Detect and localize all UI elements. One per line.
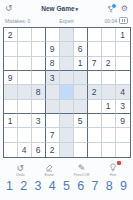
cell-r7c1[interactable]: 1 — [4, 114, 18, 128]
erase-button[interactable]: Erase — [44, 163, 53, 177]
cell-r9c3[interactable]: 6 — [32, 143, 46, 157]
cell-r6c7[interactable] — [88, 100, 102, 114]
cell-r2c6[interactable]: 6 — [74, 42, 88, 56]
numpad-9[interactable]: 9 — [120, 180, 127, 193]
cell-r2c3[interactable] — [32, 42, 46, 56]
cell-r9c9[interactable] — [116, 143, 130, 157]
numpad-4[interactable]: 4 — [49, 180, 56, 193]
cell-r2c1[interactable] — [4, 42, 18, 56]
lightbulb-icon — [109, 163, 117, 172]
new-game-label: New Game — [41, 5, 74, 12]
cell-r3c7[interactable]: 7 — [88, 57, 102, 71]
cell-r3c8[interactable]: 2 — [102, 57, 116, 71]
cell-r8c1[interactable] — [4, 128, 18, 142]
cell-r4c3[interactable] — [32, 71, 46, 85]
cell-r7c7[interactable] — [88, 114, 102, 128]
cell-r6c6[interactable] — [74, 100, 88, 114]
settings-gear-icon[interactable]: ⚙ — [121, 4, 128, 13]
cell-r8c4[interactable]: 7 — [46, 128, 60, 142]
cell-r8c2[interactable] — [18, 128, 32, 142]
cell-r4c9[interactable] — [116, 71, 130, 85]
notification-dot — [111, 3, 117, 9]
cell-r7c4[interactable] — [46, 114, 60, 128]
header: ↺ New Game▾ ⚙ — [0, 0, 133, 14]
cell-r9c7[interactable] — [88, 143, 102, 157]
numpad-8[interactable]: 8 — [106, 180, 113, 193]
eraser-icon — [45, 163, 53, 172]
cell-r8c5[interactable] — [60, 128, 74, 142]
cell-r8c9[interactable] — [116, 128, 130, 142]
cell-r1c6[interactable] — [74, 28, 88, 42]
difficulty-label: Expert — [46, 18, 87, 24]
cell-r8c7[interactable] — [88, 128, 102, 142]
cell-r8c6[interactable] — [74, 128, 88, 142]
cell-r7c6[interactable]: 5 — [74, 114, 88, 128]
chevron-down-icon: ▾ — [76, 6, 79, 12]
undo-label: Undo — [16, 173, 25, 177]
cell-r2c5[interactable] — [60, 42, 74, 56]
cell-r6c4[interactable] — [46, 100, 60, 114]
cell-r6c8[interactable]: 1 — [102, 100, 116, 114]
cell-r5c2[interactable] — [18, 85, 32, 99]
cell-r4c6[interactable] — [74, 71, 88, 85]
cell-r5c6[interactable] — [74, 85, 88, 99]
cell-r1c7[interactable] — [88, 28, 102, 42]
number-pad: 123456789 — [0, 180, 133, 193]
cell-r1c8[interactable] — [102, 28, 116, 42]
cell-r2c4[interactable]: 9 — [46, 42, 60, 56]
cell-r1c4[interactable] — [46, 28, 60, 42]
cell-r9c5[interactable] — [60, 143, 74, 157]
cell-r3c9[interactable] — [116, 57, 130, 71]
cell-r1c9[interactable]: 1 — [116, 28, 130, 42]
cell-r3c6[interactable]: 1 — [74, 57, 88, 71]
numpad-5[interactable]: 5 — [63, 180, 70, 193]
sudoku-board: 21968172938241313597462 — [3, 27, 131, 158]
cell-r1c3[interactable] — [32, 28, 46, 42]
cell-r1c2[interactable] — [18, 28, 32, 42]
timer: 00:04 — [104, 18, 117, 24]
cell-r9c4[interactable]: 2 — [46, 143, 60, 157]
cell-r9c1[interactable] — [4, 143, 18, 157]
cell-r6c9[interactable]: 3 — [116, 100, 130, 114]
cell-r5c5[interactable] — [60, 85, 74, 99]
back-icon[interactable]: ↺ — [5, 4, 13, 13]
cell-r5c4[interactable] — [46, 85, 60, 99]
cell-r9c8[interactable] — [102, 143, 116, 157]
cell-r3c3[interactable] — [32, 57, 46, 71]
cell-r4c4[interactable]: 3 — [46, 71, 60, 85]
hint-label: Hint — [110, 173, 116, 177]
cell-r5c9[interactable]: 4 — [116, 85, 130, 99]
cell-r3c2[interactable] — [18, 57, 32, 71]
cell-r6c2[interactable] — [18, 100, 32, 114]
cell-r6c1[interactable] — [4, 100, 18, 114]
cell-r7c3[interactable]: 3 — [32, 114, 46, 128]
numpad-3[interactable]: 3 — [35, 180, 42, 193]
numpad-7[interactable]: 7 — [92, 180, 99, 193]
cell-r3c1[interactable] — [4, 57, 18, 71]
numpad-6[interactable]: 6 — [77, 180, 84, 193]
cell-r5c1[interactable] — [4, 85, 18, 99]
erase-label: Erase — [44, 173, 53, 177]
cell-r7c9[interactable]: 9 — [116, 114, 130, 128]
new-game-button[interactable]: New Game▾ — [13, 5, 107, 12]
cell-r4c8[interactable] — [102, 71, 116, 85]
cell-r1c5[interactable] — [60, 28, 74, 42]
numpad-2[interactable]: 2 — [20, 180, 27, 193]
cell-r7c2[interactable] — [18, 114, 32, 128]
cell-r9c2[interactable]: 4 — [18, 143, 32, 157]
cell-r6c3[interactable] — [32, 100, 46, 114]
cell-r4c5[interactable] — [60, 71, 74, 85]
cell-r2c7[interactable] — [88, 42, 102, 56]
hint-badge — [117, 161, 121, 165]
cell-r5c7[interactable]: 2 — [88, 85, 102, 99]
cell-r5c3[interactable]: 8 — [32, 85, 46, 99]
cell-r3c4[interactable]: 8 — [46, 57, 60, 71]
cell-r4c7[interactable] — [88, 71, 102, 85]
pencil-icon: ✎ — [78, 163, 86, 172]
numpad-1[interactable]: 1 — [6, 180, 13, 193]
mistakes-counter: Mistakes: 0 — [5, 18, 46, 24]
cell-r6c5[interactable] — [60, 100, 74, 114]
cell-r7c5[interactable] — [60, 114, 74, 128]
cell-r7c8[interactable] — [102, 114, 116, 128]
trophy-button[interactable] — [107, 5, 115, 13]
cell-r4c1[interactable]: 9 — [4, 71, 18, 85]
cell-r2c2[interactable] — [18, 42, 32, 56]
toolbar: ↺ Undo Erase ✎ Pencil Off Hint — [0, 163, 133, 177]
status-bar: Mistakes: 0 Expert 00:04 — [0, 17, 133, 24]
cell-r5c8[interactable] — [102, 85, 116, 99]
pencil-button[interactable]: ✎ Pencil Off — [74, 163, 90, 177]
cell-r9c6[interactable] — [74, 143, 88, 157]
hint-button[interactable]: Hint — [109, 163, 117, 177]
pause-button[interactable] — [119, 17, 128, 24]
cell-r8c3[interactable] — [32, 128, 46, 142]
cell-r4c2[interactable] — [18, 71, 32, 85]
cell-r8c8[interactable] — [102, 128, 116, 142]
cell-r1c1[interactable]: 2 — [4, 28, 18, 42]
cell-r2c8[interactable] — [102, 42, 116, 56]
undo-icon: ↺ — [16, 163, 24, 172]
cell-r2c9[interactable] — [116, 42, 130, 56]
pencil-label: Pencil Off — [74, 173, 90, 177]
cell-r3c5[interactable] — [60, 57, 74, 71]
undo-button[interactable]: ↺ Undo — [16, 163, 25, 177]
